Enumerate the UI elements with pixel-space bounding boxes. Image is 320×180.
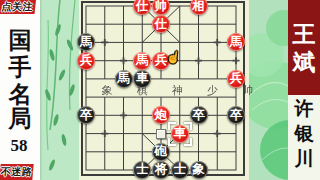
piece-black-3-9: 士 bbox=[133, 161, 151, 179]
player-name-top: 王斌 bbox=[288, 0, 320, 95]
piece-black-6-9: 象 bbox=[190, 161, 208, 179]
piece-red-4-6: 炮 bbox=[152, 106, 170, 124]
piece-red-5-7: 車 bbox=[171, 125, 189, 143]
piece-black-0-2: 馬 bbox=[77, 33, 95, 51]
series-title-char: 名 bbox=[3, 82, 37, 108]
episode-number: 58 bbox=[0, 136, 38, 156]
piece-red-4-0: 帅 bbox=[152, 0, 170, 15]
player-name-char: 银 bbox=[292, 123, 316, 145]
video-thumbnail[interactable]: 象棋神少帅 仕帅相仕馬兵馬兵兵炮車馬馬車卒卒卒砲士将士象☝ 点关注 国手名局 5… bbox=[0, 0, 320, 180]
player-name-char: 川 bbox=[292, 148, 316, 170]
no-lost-badge: 不迷路 bbox=[0, 164, 34, 180]
player-name-char: 许 bbox=[292, 98, 316, 120]
piece-red-4-1: 仕 bbox=[152, 15, 170, 33]
piece-red-3-0: 仕 bbox=[133, 0, 151, 15]
piece-black-0-6: 卒 bbox=[77, 106, 95, 124]
hand-cursor-icon: ☝ bbox=[165, 49, 182, 65]
player-name-char: 斌 bbox=[292, 50, 316, 76]
series-title-char: 国 bbox=[3, 28, 37, 54]
pieces-layer: 仕帅相仕馬兵馬兵兵炮車馬馬車卒卒卒砲士将士象☝ bbox=[0, 0, 320, 180]
piece-black-8-6: 卒 bbox=[227, 106, 245, 124]
piece-red-8-2: 馬 bbox=[227, 33, 245, 51]
last-move-from-marker bbox=[156, 129, 166, 139]
series-title-char: 手 bbox=[3, 55, 37, 81]
piece-black-2-4: 馬 bbox=[115, 70, 133, 88]
left-banner: 点关注 国手名局 58 不迷路 bbox=[0, 0, 40, 180]
piece-black-6-6: 卒 bbox=[190, 106, 208, 124]
piece-black-3-4: 車 bbox=[133, 70, 151, 88]
piece-red-8-4: 兵 bbox=[227, 70, 245, 88]
piece-red-3-3: 馬 bbox=[133, 52, 151, 70]
series-title-char: 局 bbox=[3, 106, 37, 132]
piece-black-5-9: 士 bbox=[171, 161, 189, 179]
piece-black-4-9: 将 bbox=[152, 161, 170, 179]
player-name-bottom: 许银川 bbox=[288, 95, 320, 180]
player-name-char: 王 bbox=[292, 22, 316, 48]
follow-badge: 点关注 bbox=[0, 0, 36, 14]
piece-red-6-0: 相 bbox=[190, 0, 208, 15]
piece-red-0-3: 兵 bbox=[77, 52, 95, 70]
piece-black-4-8: 砲 bbox=[152, 143, 170, 161]
